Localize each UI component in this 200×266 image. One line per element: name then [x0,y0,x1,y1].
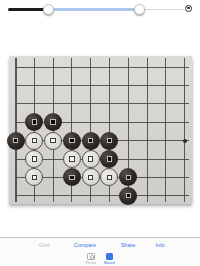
board-cell[interactable] [175,95,194,113]
board-cell[interactable] [156,76,175,94]
board-cell[interactable] [138,58,157,76]
stone-square-marker [69,175,75,181]
board-cell[interactable] [25,131,44,149]
stone-square-marker [126,175,132,181]
board-cell[interactable] [100,58,119,76]
stone-square-marker [32,175,38,181]
board-cell[interactable] [25,168,44,186]
slider-left-handle[interactable] [43,4,54,15]
board-cell[interactable] [6,131,25,149]
slider-dark-segment[interactable] [8,8,47,11]
tab-board[interactable]: Board [104,253,115,265]
board-cell[interactable] [6,168,25,186]
stone-square-marker [107,175,113,181]
stone-square-marker [107,138,113,144]
black-stone[interactable] [44,113,62,131]
board-cell[interactable] [156,131,175,149]
stone-square-marker [107,156,113,162]
black-stone[interactable] [63,168,81,186]
board-cell[interactable] [63,131,82,149]
app-window: Grid Compare Share Info Photo Board [0,0,200,266]
black-stone[interactable] [7,132,25,150]
board-cell[interactable] [119,150,138,168]
board-cell[interactable] [156,113,175,131]
board-cell[interactable] [81,58,100,76]
board-photo[interactable] [9,56,192,204]
board-cell[interactable] [44,168,63,186]
board-icon [106,253,113,260]
board-cell[interactable] [156,187,175,205]
board-cell[interactable] [81,168,100,186]
board-cell[interactable] [63,168,82,186]
white-stone[interactable] [82,168,100,186]
stone-square-marker [50,138,56,144]
board-cell[interactable] [175,131,194,149]
bottom-bar: Grid Compare Share Info Photo Board [0,237,200,266]
board-cell[interactable] [175,113,194,131]
go-board[interactable] [6,58,194,205]
board-cell[interactable] [44,150,63,168]
share-button[interactable]: Share [121,242,136,248]
black-stone[interactable] [63,132,81,150]
board-cell[interactable] [25,95,44,113]
board-cell[interactable] [44,131,63,149]
board-cell[interactable] [156,95,175,113]
board-cell[interactable] [100,131,119,149]
board-cell[interactable] [175,76,194,94]
board-cell[interactable] [138,187,157,205]
black-stone[interactable] [100,150,118,168]
board-cell[interactable] [25,58,44,76]
board-cell[interactable] [25,113,44,131]
slider-blue-segment[interactable] [47,8,138,12]
threshold-slider [0,0,200,20]
compare-button[interactable]: Compare [74,242,97,248]
grid-button[interactable]: Grid [39,242,49,248]
white-stone[interactable] [82,150,100,168]
black-stone[interactable] [25,113,43,131]
black-stone[interactable] [119,168,137,186]
black-stone[interactable] [82,132,100,150]
white-stone[interactable] [44,132,62,150]
white-stone[interactable] [25,168,43,186]
board-cell[interactable] [175,150,194,168]
board-cell[interactable] [119,187,138,205]
board-cell[interactable] [6,113,25,131]
white-stone[interactable] [100,168,118,186]
board-cell[interactable] [138,131,157,149]
board-cell[interactable] [119,131,138,149]
stone-square-marker [13,138,19,144]
white-stone[interactable] [63,150,81,168]
board-cell[interactable] [81,187,100,205]
tab-photo-label: Photo [85,261,95,265]
stone-square-marker [32,138,38,144]
board-cell[interactable] [119,58,138,76]
board-cell[interactable] [6,58,25,76]
board-cell[interactable] [44,113,63,131]
stone-square-marker [32,156,38,162]
stone-square-marker [88,175,94,181]
stone-square-marker [88,138,94,144]
board-cell[interactable] [138,76,157,94]
board-cell[interactable] [100,95,119,113]
tab-bar: Photo Board [0,253,200,265]
board-cell[interactable] [119,95,138,113]
board-cell[interactable] [138,113,157,131]
stone-square-marker [69,156,75,162]
stone-square-marker [50,119,56,125]
board-cell[interactable] [81,131,100,149]
board-cell[interactable] [119,76,138,94]
board-cell[interactable] [25,150,44,168]
board-cell[interactable] [175,187,194,205]
board-cell[interactable] [44,95,63,113]
board-cell[interactable] [138,95,157,113]
board-cell[interactable] [138,168,157,186]
slider-right-handle[interactable] [134,4,145,15]
board-cell[interactable] [119,113,138,131]
board-cell[interactable] [63,150,82,168]
board-cell[interactable] [44,187,63,205]
board-cell[interactable] [6,187,25,205]
board-cell[interactable] [6,95,25,113]
board-cell[interactable] [81,95,100,113]
board-cell[interactable] [63,76,82,94]
board-cell[interactable] [44,76,63,94]
board-cell[interactable] [175,58,194,76]
board-cell[interactable] [156,58,175,76]
white-stone[interactable] [25,150,43,168]
stone-square-marker [69,138,75,144]
board-cell[interactable] [81,150,100,168]
board-cell[interactable] [100,113,119,131]
board-cell[interactable] [100,150,119,168]
camera-icon [87,253,95,260]
board-cell[interactable] [156,150,175,168]
board-cell[interactable] [100,187,119,205]
board-cell[interactable] [6,76,25,94]
black-stone[interactable] [100,132,118,150]
board-cell[interactable] [100,76,119,94]
black-stone[interactable] [119,187,137,205]
board-cell[interactable] [138,150,157,168]
info-button[interactable]: Info [155,242,164,248]
board-cell[interactable] [6,150,25,168]
white-stone[interactable] [25,132,43,150]
board-cell[interactable] [63,58,82,76]
stone-square-marker [126,193,132,199]
target-icon[interactable] [185,5,192,12]
board-cell[interactable] [44,58,63,76]
board-cell[interactable] [81,113,100,131]
stone-square-marker [88,156,94,162]
board-cell[interactable] [63,95,82,113]
board-cell[interactable] [25,76,44,94]
board-cell[interactable] [156,168,175,186]
tab-photo[interactable]: Photo [85,253,95,265]
board-cell[interactable] [81,76,100,94]
board-cell[interactable] [175,168,194,186]
board-cell[interactable] [63,187,82,205]
board-cell[interactable] [100,168,119,186]
stone-square-marker [32,119,38,125]
board-cell[interactable] [63,113,82,131]
board-cell[interactable] [25,187,44,205]
board-cell[interactable] [119,168,138,186]
tab-board-label: Board [104,261,115,265]
